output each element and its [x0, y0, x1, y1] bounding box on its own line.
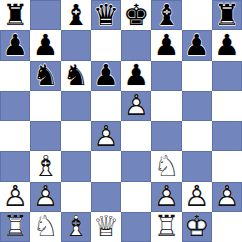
square-h3[interactable] [212, 151, 242, 181]
square-c2[interactable] [61, 182, 91, 212]
square-e2[interactable] [121, 182, 151, 212]
square-g8[interactable] [182, 0, 212, 30]
square-a7[interactable]: ♟ [0, 30, 30, 60]
square-d7[interactable] [91, 30, 121, 60]
square-b7[interactable]: ♟ [30, 30, 60, 60]
square-e7[interactable] [121, 30, 151, 60]
square-a2[interactable]: ♟♙ [0, 182, 30, 212]
square-a3[interactable] [0, 151, 30, 181]
white-rook: ♜♖ [0, 212, 30, 242]
square-c3[interactable] [61, 151, 91, 181]
white-pawn: ♟♙ [30, 182, 60, 212]
square-f1[interactable]: ♜♖ [151, 212, 181, 242]
square-d5[interactable] [91, 91, 121, 121]
black-rook: ♜ [212, 0, 242, 30]
square-a8[interactable]: ♜ [0, 0, 30, 30]
square-c5[interactable] [61, 91, 91, 121]
square-c8[interactable]: ♝ [61, 0, 91, 30]
square-f6[interactable] [151, 61, 181, 91]
white-pawn: ♟♙ [0, 182, 30, 212]
square-e1[interactable] [121, 212, 151, 242]
square-b3[interactable]: ♝♗ [30, 151, 60, 181]
black-pawn: ♟ [0, 30, 30, 60]
square-e3[interactable] [121, 151, 151, 181]
square-a4[interactable] [0, 121, 30, 151]
square-a5[interactable] [0, 91, 30, 121]
white-rook: ♜♖ [151, 212, 181, 242]
square-e6[interactable]: ♟ [121, 61, 151, 91]
black-bishop: ♝ [61, 0, 91, 30]
black-king: ♚ [121, 0, 151, 30]
black-knight: ♞ [61, 61, 91, 91]
square-f3[interactable]: ♞♘ [151, 151, 181, 181]
square-b1[interactable]: ♞♘ [30, 212, 60, 242]
white-knight: ♞♘ [30, 212, 60, 242]
square-h5[interactable] [212, 91, 242, 121]
white-pawn: ♟♙ [91, 121, 121, 151]
square-d8[interactable]: ♛ [91, 0, 121, 30]
black-knight: ♞ [30, 61, 60, 91]
square-c7[interactable] [61, 30, 91, 60]
black-pawn: ♟ [30, 30, 60, 60]
square-g3[interactable] [182, 151, 212, 181]
square-b4[interactable] [30, 121, 60, 151]
square-a6[interactable] [0, 61, 30, 91]
square-h2[interactable]: ♟♙ [212, 182, 242, 212]
square-f7[interactable]: ♟ [151, 30, 181, 60]
square-b5[interactable] [30, 91, 60, 121]
square-e5[interactable]: ♟♙ [121, 91, 151, 121]
square-f2[interactable]: ♟♙ [151, 182, 181, 212]
square-g1[interactable]: ♚♔ [182, 212, 212, 242]
square-c1[interactable]: ♝♗ [61, 212, 91, 242]
square-g4[interactable] [182, 121, 212, 151]
square-b2[interactable]: ♟♙ [30, 182, 60, 212]
black-pawn: ♟ [91, 61, 121, 91]
square-h1[interactable] [212, 212, 242, 242]
square-f5[interactable] [151, 91, 181, 121]
square-g2[interactable]: ♟♙ [182, 182, 212, 212]
black-rook: ♜ [0, 0, 30, 30]
white-bishop: ♝♗ [61, 212, 91, 242]
black-pawn: ♟ [182, 30, 212, 60]
white-pawn: ♟♙ [182, 182, 212, 212]
square-h8[interactable]: ♜ [212, 0, 242, 30]
square-g6[interactable] [182, 61, 212, 91]
black-pawn: ♟ [212, 30, 242, 60]
square-d2[interactable] [91, 182, 121, 212]
square-b6[interactable]: ♞ [30, 61, 60, 91]
square-d6[interactable]: ♟ [91, 61, 121, 91]
square-c6[interactable]: ♞ [61, 61, 91, 91]
black-queen: ♛ [91, 0, 121, 30]
square-h6[interactable] [212, 61, 242, 91]
square-f4[interactable] [151, 121, 181, 151]
square-d1[interactable]: ♛♕ [91, 212, 121, 242]
white-pawn: ♟♙ [151, 182, 181, 212]
square-g7[interactable]: ♟ [182, 30, 212, 60]
square-a1[interactable]: ♜♖ [0, 212, 30, 242]
square-d4[interactable]: ♟♙ [91, 121, 121, 151]
white-queen: ♛♕ [91, 212, 121, 242]
square-g5[interactable] [182, 91, 212, 121]
black-pawn: ♟ [121, 61, 151, 91]
square-h7[interactable]: ♟ [212, 30, 242, 60]
black-bishop: ♝ [151, 0, 181, 30]
black-pawn: ♟ [151, 30, 181, 60]
square-e4[interactable] [121, 121, 151, 151]
square-f8[interactable]: ♝ [151, 0, 181, 30]
white-knight: ♞♘ [151, 151, 181, 181]
square-b8[interactable] [30, 0, 60, 30]
white-bishop: ♝♗ [30, 151, 60, 181]
square-h4[interactable] [212, 121, 242, 151]
square-e8[interactable]: ♚ [121, 0, 151, 30]
square-c4[interactable] [61, 121, 91, 151]
square-d3[interactable] [91, 151, 121, 181]
white-king: ♚♔ [182, 212, 212, 242]
white-pawn: ♟♙ [121, 91, 151, 121]
white-pawn: ♟♙ [212, 182, 242, 212]
chess-board: ♜♝♛♚♝♜♟♟♟♟♟♞♞♟♟♟♙♟♙♝♗♞♘♟♙♟♙♟♙♟♙♟♙♜♖♞♘♝♗♛… [0, 0, 242, 242]
